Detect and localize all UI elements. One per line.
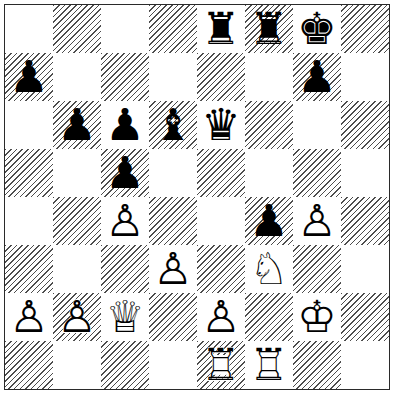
- square-a8[interactable]: [5, 5, 53, 53]
- square-f2[interactable]: [245, 293, 293, 341]
- piece-white-king[interactable]: ♚♔: [293, 293, 341, 341]
- square-c2[interactable]: ♛♕: [101, 293, 149, 341]
- piece-white-knight[interactable]: ♞♘: [245, 245, 293, 293]
- piece-white-pawn[interactable]: ♟♙: [149, 245, 197, 293]
- square-c1[interactable]: [101, 341, 149, 389]
- square-g8[interactable]: ♚: [293, 5, 341, 53]
- piece-white-rook[interactable]: ♜♖: [245, 341, 293, 389]
- square-c7[interactable]: [101, 53, 149, 101]
- square-h1[interactable]: [341, 341, 389, 389]
- square-f7[interactable]: [245, 53, 293, 101]
- square-h2[interactable]: [341, 293, 389, 341]
- square-b1[interactable]: [53, 341, 101, 389]
- piece-black-pawn[interactable]: ♟: [245, 197, 293, 245]
- square-h6[interactable]: [341, 101, 389, 149]
- square-g6[interactable]: [293, 101, 341, 149]
- square-a1[interactable]: [5, 341, 53, 389]
- square-f3[interactable]: ♞♘: [245, 245, 293, 293]
- piece-black-pawn[interactable]: ♟: [53, 101, 101, 149]
- square-d6[interactable]: ♝: [149, 101, 197, 149]
- piece-white-pawn[interactable]: ♟♙: [5, 293, 53, 341]
- piece-white-outline-layer: ♙: [153, 245, 192, 293]
- square-g2[interactable]: ♚♔: [293, 293, 341, 341]
- square-b6[interactable]: ♟: [53, 101, 101, 149]
- square-b7[interactable]: [53, 53, 101, 101]
- diagram-frame: ♜♜♚♟♟♟♟♝♛♟♟♙♟♟♙♟♙♞♘♟♙♟♙♛♕♟♙♚♔♜♖♜♖: [0, 0, 395, 394]
- piece-white-outline-layer: ♖: [201, 341, 240, 389]
- piece-black-bishop[interactable]: ♝: [149, 101, 197, 149]
- square-d4[interactable]: [149, 197, 197, 245]
- square-e4[interactable]: [197, 197, 245, 245]
- piece-white-pawn[interactable]: ♟♙: [101, 197, 149, 245]
- square-a6[interactable]: [5, 101, 53, 149]
- square-h7[interactable]: [341, 53, 389, 101]
- square-c3[interactable]: [101, 245, 149, 293]
- square-b8[interactable]: [53, 5, 101, 53]
- piece-white-pawn[interactable]: ♟♙: [197, 293, 245, 341]
- square-h3[interactable]: [341, 245, 389, 293]
- square-d8[interactable]: [149, 5, 197, 53]
- square-e5[interactable]: [197, 149, 245, 197]
- piece-black-king[interactable]: ♚: [293, 5, 341, 53]
- square-f1[interactable]: ♜♖: [245, 341, 293, 389]
- piece-white-outline-layer: ♙: [201, 293, 240, 341]
- square-f5[interactable]: [245, 149, 293, 197]
- piece-white-outline-layer: ♘: [249, 245, 288, 293]
- piece-white-outline-layer: ♕: [105, 293, 144, 341]
- square-b4[interactable]: [53, 197, 101, 245]
- piece-black-rook[interactable]: ♜: [245, 5, 293, 53]
- piece-white-outline-layer: ♙: [9, 293, 48, 341]
- square-b5[interactable]: [53, 149, 101, 197]
- square-e8[interactable]: ♜: [197, 5, 245, 53]
- square-g3[interactable]: [293, 245, 341, 293]
- square-g1[interactable]: [293, 341, 341, 389]
- piece-white-outline-layer: ♖: [249, 341, 288, 389]
- square-f4[interactable]: ♟: [245, 197, 293, 245]
- square-e1[interactable]: ♜♖: [197, 341, 245, 389]
- square-h5[interactable]: [341, 149, 389, 197]
- piece-black-pawn[interactable]: ♟: [5, 53, 53, 101]
- square-g7[interactable]: ♟: [293, 53, 341, 101]
- square-g5[interactable]: [293, 149, 341, 197]
- square-e3[interactable]: [197, 245, 245, 293]
- square-c8[interactable]: [101, 5, 149, 53]
- square-d7[interactable]: [149, 53, 197, 101]
- square-a3[interactable]: [5, 245, 53, 293]
- square-h8[interactable]: [341, 5, 389, 53]
- square-h4[interactable]: [341, 197, 389, 245]
- square-e6[interactable]: ♛: [197, 101, 245, 149]
- piece-black-pawn[interactable]: ♟: [101, 149, 149, 197]
- piece-white-outline-layer: ♙: [297, 197, 336, 245]
- piece-black-pawn[interactable]: ♟: [101, 101, 149, 149]
- piece-white-rook[interactable]: ♜♖: [197, 341, 245, 389]
- square-d5[interactable]: [149, 149, 197, 197]
- square-c6[interactable]: ♟: [101, 101, 149, 149]
- piece-white-pawn[interactable]: ♟♙: [53, 293, 101, 341]
- square-b2[interactable]: ♟♙: [53, 293, 101, 341]
- chess-board[interactable]: ♜♜♚♟♟♟♟♝♛♟♟♙♟♟♙♟♙♞♘♟♙♟♙♛♕♟♙♚♔♜♖♜♖: [4, 4, 390, 390]
- square-d3[interactable]: ♟♙: [149, 245, 197, 293]
- square-b3[interactable]: [53, 245, 101, 293]
- square-e2[interactable]: ♟♙: [197, 293, 245, 341]
- piece-black-pawn[interactable]: ♟: [293, 53, 341, 101]
- square-d2[interactable]: [149, 293, 197, 341]
- square-d1[interactable]: [149, 341, 197, 389]
- piece-black-queen[interactable]: ♛: [197, 101, 245, 149]
- square-g4[interactable]: ♟♙: [293, 197, 341, 245]
- piece-white-outline-layer: ♔: [297, 293, 336, 341]
- square-e7[interactable]: [197, 53, 245, 101]
- square-a7[interactable]: ♟: [5, 53, 53, 101]
- piece-white-pawn[interactable]: ♟♙: [293, 197, 341, 245]
- square-f6[interactable]: [245, 101, 293, 149]
- square-a4[interactable]: [5, 197, 53, 245]
- square-a2[interactable]: ♟♙: [5, 293, 53, 341]
- square-c4[interactable]: ♟♙: [101, 197, 149, 245]
- piece-white-queen[interactable]: ♛♕: [101, 293, 149, 341]
- piece-black-rook[interactable]: ♜: [197, 5, 245, 53]
- square-f8[interactable]: ♜: [245, 5, 293, 53]
- piece-white-outline-layer: ♙: [105, 197, 144, 245]
- piece-white-outline-layer: ♙: [57, 293, 96, 341]
- square-c5[interactable]: ♟: [101, 149, 149, 197]
- square-a5[interactable]: [5, 149, 53, 197]
